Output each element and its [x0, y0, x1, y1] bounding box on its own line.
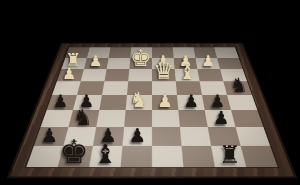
square-c8[interactable]	[182, 146, 215, 167]
square-d8[interactable]	[152, 146, 183, 167]
square-g3[interactable]	[81, 69, 107, 81]
square-f4[interactable]	[102, 81, 128, 95]
piece-black-king-g8[interactable]: ♚	[60, 136, 89, 168]
square-e8[interactable]	[121, 146, 152, 167]
piece-white-pawn-b2[interactable]: ♟	[202, 54, 215, 69]
square-a2[interactable]	[217, 58, 243, 69]
piece-black-bishop-f8[interactable]: ♝	[94, 141, 117, 167]
square-a8[interactable]	[241, 146, 278, 167]
square-f3[interactable]	[104, 69, 129, 81]
square-d6[interactable]	[152, 110, 180, 127]
square-a6[interactable]	[231, 110, 263, 127]
piece-black-rook-b8[interactable]: ♜	[219, 143, 241, 167]
piece-white-knight-e5[interactable]: ♞	[130, 90, 149, 111]
piece-white-pawn-g2[interactable]: ♟	[89, 54, 102, 69]
square-f2[interactable]	[107, 58, 131, 69]
chess-board	[7, 43, 298, 179]
square-d7[interactable]	[152, 127, 182, 146]
square-f5[interactable]	[99, 95, 127, 110]
piece-black-knight-a4[interactable]: ♞	[230, 76, 248, 96]
piece-white-king-e2[interactable]: ♚	[130, 47, 151, 70]
square-b3[interactable]	[197, 69, 223, 81]
piece-black-pawn-c5[interactable]: ♟	[183, 93, 199, 110]
square-c7[interactable]	[180, 127, 211, 146]
piece-black-pawn-h7[interactable]: ♟	[41, 126, 58, 145]
square-a5[interactable]	[227, 95, 257, 110]
chessboard-scene: ♚♛♜♝♞♟♟♟♟♟♟♚♜♝♞♞♟♟♟♟♟♟♟♟	[0, 0, 300, 185]
piece-black-knight-g6[interactable]: ♞	[73, 105, 93, 127]
piece-white-bishop-c3[interactable]: ♝	[179, 63, 197, 83]
piece-white-pawn-d5[interactable]: ♟	[157, 93, 173, 110]
piece-black-pawn-e7[interactable]: ♟	[129, 126, 146, 145]
piece-black-pawn-h5[interactable]: ♟	[53, 93, 69, 110]
piece-black-pawn-b6[interactable]: ♟	[213, 109, 229, 127]
piece-white-queen-d3[interactable]: ♛	[153, 59, 174, 83]
square-c6[interactable]	[178, 110, 207, 127]
square-a1[interactable]	[214, 47, 238, 57]
square-f1[interactable]	[109, 47, 132, 57]
piece-white-pawn-h3[interactable]: ♟	[62, 66, 76, 82]
